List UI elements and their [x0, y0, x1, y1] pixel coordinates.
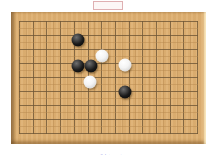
game-board[interactable] — [11, 12, 206, 144]
grid-line — [19, 98, 198, 99]
grid-line — [19, 112, 198, 113]
white-stone — [119, 59, 132, 72]
grid-line — [177, 21, 178, 134]
grid-line — [135, 21, 136, 134]
grid-line — [19, 28, 198, 29]
grid-line — [19, 133, 198, 134]
black-stone — [119, 86, 132, 99]
grid-line — [115, 21, 116, 134]
grid-line — [170, 21, 171, 134]
grid-line — [33, 21, 34, 134]
grid-line — [101, 21, 102, 134]
grid-line — [163, 21, 164, 134]
grid-line — [26, 21, 27, 134]
grid-line — [19, 63, 198, 64]
grid-line — [129, 21, 130, 134]
grid-line — [19, 21, 20, 134]
black-stone — [72, 60, 85, 73]
black-stone — [72, 34, 85, 47]
grid-line — [183, 21, 184, 134]
black-stone — [85, 60, 98, 73]
game-page: 重新开始 — [0, 0, 220, 155]
white-stone — [96, 50, 109, 63]
grid-line — [19, 91, 198, 92]
grid-line — [19, 119, 198, 120]
grid-line — [108, 21, 109, 134]
grid-line — [67, 21, 68, 134]
grid-line — [197, 21, 198, 134]
grid-line — [149, 21, 150, 134]
footer: 重新开始 — [0, 146, 220, 155]
white-stone — [84, 76, 97, 89]
grid-line — [46, 21, 47, 134]
grid-line — [122, 21, 123, 134]
grid-line — [19, 105, 198, 106]
status-box[interactable] — [93, 1, 123, 10]
grid-line — [19, 49, 198, 50]
grid-line — [19, 42, 198, 43]
grid-line — [142, 21, 143, 134]
grid-line — [19, 21, 198, 22]
grid-line — [190, 21, 191, 134]
grid-line — [156, 21, 157, 134]
restart-link[interactable]: 重新开始 — [97, 154, 123, 155]
grid-line — [19, 77, 198, 78]
grid-line — [19, 70, 198, 71]
grid-line — [19, 126, 198, 127]
grid-line — [60, 21, 61, 134]
grid-line — [19, 56, 198, 57]
grid-line — [40, 21, 41, 134]
grid-line — [19, 35, 198, 36]
grid-line — [19, 84, 198, 85]
grid-line — [53, 21, 54, 134]
